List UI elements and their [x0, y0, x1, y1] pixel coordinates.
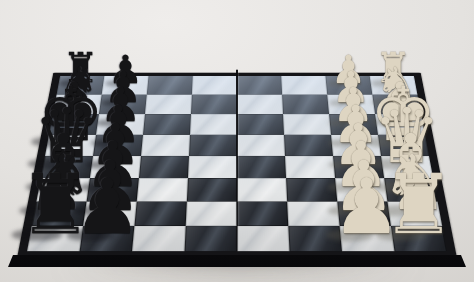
piece-black-pawn-a7: ♟	[73, 169, 142, 246]
piece-white-rook-a1: ♜	[382, 164, 456, 246]
pieces-layer: ♜♞♝♛♚♝♞♜♟♟♟♟♟♟♟♟♟♟♟♟♟♟♟♟♜♞♝♛♚♝♞♜	[0, 0, 474, 282]
chess-photo-scene: ♜♞♝♛♚♝♞♜♟♟♟♟♟♟♟♟♟♟♟♟♟♟♟♟♜♞♝♛♚♝♞♜	[0, 0, 474, 282]
